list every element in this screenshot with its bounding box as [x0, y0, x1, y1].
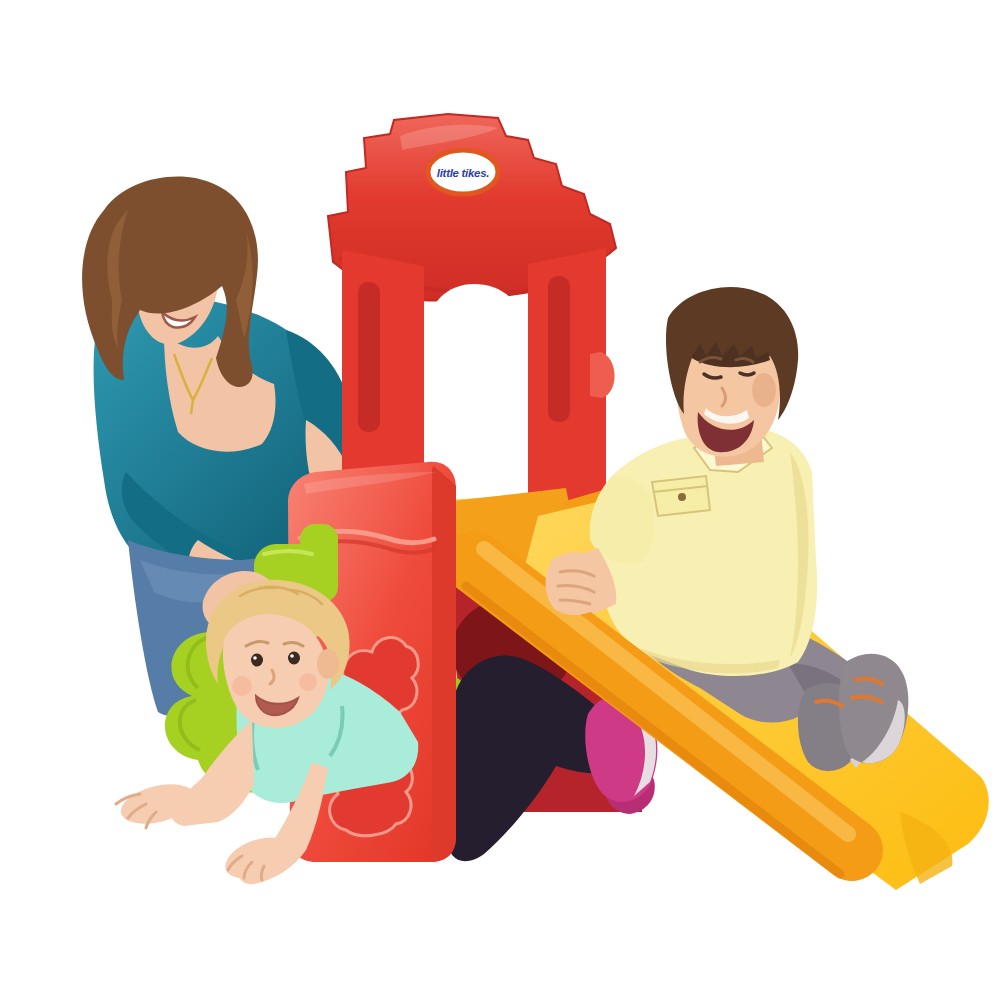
boy-ear: [752, 373, 776, 407]
baby-ear: [317, 649, 339, 679]
product-photo: little tikes.: [0, 0, 1000, 1000]
logo-text: little tikes.: [437, 167, 489, 179]
right-pillar-groove: [548, 276, 570, 422]
tower-right-edge: [432, 466, 456, 862]
baby-cheek-left: [232, 676, 252, 696]
baby-eye-right: [288, 652, 300, 665]
boy-shirt-pocket: [652, 476, 710, 516]
left-pillar-groove: [358, 282, 380, 432]
playset-scene: little tikes.: [0, 0, 1000, 1000]
pocket-button: [678, 493, 686, 501]
baby-eye-glint-right: [290, 654, 294, 658]
baby-cheek-right: [299, 673, 317, 691]
brand-logo: little tikes.: [428, 150, 498, 194]
baby-eye-left: [251, 654, 263, 667]
baby-eye-glint-left: [253, 656, 257, 660]
